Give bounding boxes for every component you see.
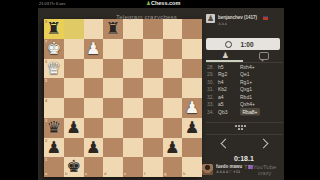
square-b5[interactable] <box>64 78 84 98</box>
move-row-30: 30.h4Rg1+ <box>207 78 285 86</box>
white-move[interactable]: h5 <box>218 63 240 71</box>
letterbox-right <box>284 0 320 180</box>
square-b8[interactable] <box>64 19 84 39</box>
square-e7[interactable] <box>123 39 143 59</box>
square-f4[interactable] <box>143 98 163 118</box>
square-a2[interactable]: 2♟ <box>44 138 64 158</box>
white-move[interactable]: a4 <box>218 93 240 101</box>
square-h7[interactable] <box>182 39 202 59</box>
black-rook[interactable]: ♜ <box>44 19 64 39</box>
stream-watermark: Telegram crazychess <box>116 13 177 20</box>
square-d4[interactable] <box>103 98 123 118</box>
square-c4[interactable] <box>84 98 104 118</box>
move-number: 30. <box>207 78 218 86</box>
square-d5[interactable] <box>103 78 123 98</box>
rank-label-5: 5 <box>45 79 47 83</box>
clock-icon <box>225 41 232 48</box>
white-move[interactable]: Kb2 <box>218 86 240 94</box>
square-b4[interactable] <box>64 98 84 118</box>
square-d8[interactable]: ♜ <box>103 19 123 39</box>
square-h1[interactable]: h <box>182 157 202 177</box>
tab-chat[interactable] <box>245 51 284 60</box>
square-c7[interactable]: ♟ <box>84 39 104 59</box>
square-g5[interactable] <box>163 78 183 98</box>
black-pawn[interactable]: ♟ <box>182 118 202 138</box>
square-d7[interactable] <box>103 39 123 59</box>
square-c1[interactable]: c <box>84 157 104 177</box>
black-pawn[interactable]: ♟ <box>44 138 64 158</box>
square-f2[interactable] <box>143 138 163 158</box>
square-d3[interactable] <box>103 118 123 138</box>
square-h4[interactable]: ♟ <box>182 98 202 118</box>
square-g8[interactable] <box>163 19 183 39</box>
square-h8[interactable] <box>182 19 202 39</box>
white-move[interactable]: Rg2 <box>218 71 240 79</box>
square-a6[interactable]: 6♛ <box>44 59 64 79</box>
white-move[interactable]: h4 <box>218 78 240 86</box>
bottom-player-name[interactable]: fuedo mawu <box>216 164 242 169</box>
black-king[interactable]: ♚ <box>64 157 84 177</box>
square-e2[interactable] <box>123 138 143 158</box>
white-move[interactable]: Qb3 <box>218 108 240 116</box>
chevron-left-icon <box>220 138 230 148</box>
panel-tabbar: ♟ <box>206 51 283 60</box>
square-a1[interactable]: 1a <box>44 157 64 177</box>
move-row-28: 28.h5Rxh4+ <box>207 63 285 71</box>
square-b1[interactable]: b♚ <box>64 157 84 177</box>
file-label-d: d <box>104 172 106 176</box>
white-king[interactable]: ♚ <box>44 39 64 59</box>
file-label-c: c <box>85 172 87 176</box>
square-e8[interactable] <box>123 19 143 39</box>
letterbox-left <box>0 0 38 180</box>
square-b7[interactable] <box>64 39 84 59</box>
top-player-flag-icon <box>263 16 268 20</box>
square-c5[interactable] <box>84 78 104 98</box>
square-c6[interactable] <box>84 59 104 79</box>
square-a5[interactable]: 5 <box>44 78 64 98</box>
file-label-f: f <box>144 172 145 176</box>
file-label-g: g <box>164 172 166 176</box>
square-f7[interactable] <box>143 39 163 59</box>
top-player-avatar[interactable]: ♟ <box>206 14 215 23</box>
square-b2[interactable] <box>64 138 84 158</box>
move-row-33: 33.a5Qxh4+ <box>207 101 285 109</box>
top-player-pieces-in-hand: ♙♙♙ <box>218 22 227 26</box>
move-number: 33. <box>207 101 218 109</box>
file-label-e: e <box>124 172 126 176</box>
square-g6[interactable] <box>163 59 183 79</box>
moves-menu-icon[interactable] <box>234 124 246 130</box>
square-h2[interactable] <box>182 138 202 158</box>
black-rook[interactable]: ♜ <box>103 19 123 39</box>
move-row-31: 31.Kb2Qxg1 <box>207 86 285 94</box>
square-h3[interactable]: ♟ <box>182 118 202 138</box>
chat-bubble-icon <box>259 52 269 60</box>
square-e1[interactable]: e <box>123 157 143 177</box>
chevron-right-icon <box>258 138 268 148</box>
move-row-34: 34.Qb3Rba8+ <box>207 108 285 116</box>
status-bar-text: 21:03 Пт 6 окт. <box>39 1 66 6</box>
move-number: 31. <box>207 86 218 94</box>
file-label-a: a <box>45 172 47 176</box>
square-f3[interactable] <box>143 118 163 138</box>
square-g4[interactable] <box>163 98 183 118</box>
file-label-h: h <box>183 172 185 176</box>
square-d2[interactable] <box>103 138 123 158</box>
move-number: 34. <box>207 108 218 116</box>
square-e6[interactable] <box>123 59 143 79</box>
square-a7[interactable]: 7♚ <box>44 39 64 59</box>
bottom-player-pieces-in-hand: ♙♙♙♙♖ +11 <box>216 170 240 174</box>
pawn-tab-icon: ♟ <box>222 51 229 60</box>
white-move[interactable]: a5 <box>218 101 240 109</box>
white-pawn[interactable]: ♟ <box>182 98 202 118</box>
youtube-watermark-line1: TT YouTube <box>244 163 276 170</box>
square-a4[interactable]: 4 <box>44 98 64 118</box>
square-a3[interactable]: 3♛ <box>44 118 64 138</box>
bottom-player-avatar[interactable] <box>202 164 213 175</box>
square-f1[interactable]: f <box>143 157 163 177</box>
square-g1[interactable]: g <box>163 157 183 177</box>
move-number: 28. <box>207 63 218 71</box>
black-move[interactable]: Qxg1 <box>240 86 252 94</box>
chess-board[interactable]: 8♜♜7♚♟6♛54♟3♛♟♟2♟♟♟1ab♚cdefgh <box>44 19 202 177</box>
divider <box>206 134 283 135</box>
youtube-watermark-line2: crazy <box>258 170 271 176</box>
black-move[interactable]: Rxh4+ <box>240 63 255 71</box>
square-c3[interactable] <box>84 118 104 138</box>
square-g3[interactable] <box>163 118 183 138</box>
white-pawn[interactable]: ♟ <box>84 39 104 59</box>
move-number: 29. <box>207 71 218 79</box>
black-move-current[interactable]: Rba8+ <box>240 108 260 116</box>
chesscom-logo: ♟Chess.com <box>146 0 180 7</box>
white-queen[interactable]: ♛ <box>44 59 64 79</box>
square-b6[interactable] <box>64 59 84 79</box>
square-c2[interactable]: ♟ <box>84 138 104 158</box>
black-move[interactable]: Rg1+ <box>240 78 252 86</box>
next-move-button[interactable] <box>244 137 282 149</box>
tab-moves[interactable]: ♟ <box>206 51 245 60</box>
black-queen[interactable]: ♛ <box>44 118 64 138</box>
previous-move-button[interactable] <box>206 137 244 149</box>
square-d1[interactable]: d <box>103 157 123 177</box>
square-a8[interactable]: 8♜ <box>44 19 64 39</box>
black-pawn[interactable]: ♟ <box>84 138 104 158</box>
move-list[interactable]: 28.h5Rxh4+29.Rg2Qe130.h4Rg1+31.Kb2Qxg132… <box>207 63 285 116</box>
move-row-29: 29.Rg2Qe1 <box>207 71 285 79</box>
move-number: 32. <box>207 93 218 101</box>
square-f8[interactable] <box>143 19 163 39</box>
black-move[interactable]: Qe1 <box>240 71 249 79</box>
rank-label-1: 1 <box>45 158 47 162</box>
square-e3[interactable] <box>123 118 143 138</box>
square-c8[interactable] <box>84 19 104 39</box>
square-g7[interactable] <box>163 39 183 59</box>
black-move[interactable]: Qxh4+ <box>240 101 255 109</box>
square-h6[interactable] <box>182 59 202 79</box>
rank-label-4: 4 <box>45 99 47 103</box>
square-e4[interactable] <box>123 98 143 118</box>
square-h5[interactable] <box>182 78 202 98</box>
divider <box>206 122 283 123</box>
square-d6[interactable] <box>103 59 123 79</box>
move-row-32: 32.a4Rbd1 <box>207 93 285 101</box>
square-f5[interactable] <box>143 78 163 98</box>
square-e5[interactable] <box>123 78 143 98</box>
top-player-name[interactable]: benjanchev (1417) <box>218 15 257 20</box>
square-f6[interactable] <box>143 59 163 79</box>
square-g2[interactable]: ♟ <box>163 138 183 158</box>
black-pawn[interactable]: ♟ <box>163 138 183 158</box>
black-pawn[interactable]: ♟ <box>64 118 84 138</box>
black-move[interactable]: Rbd1 <box>240 93 252 101</box>
square-b3[interactable]: ♟ <box>64 118 84 138</box>
top-player-clock: 1:00 <box>206 38 280 50</box>
